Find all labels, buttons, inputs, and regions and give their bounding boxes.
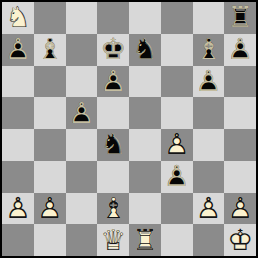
square-d6[interactable]: ♟♙ bbox=[97, 66, 129, 98]
square-d1[interactable]: ♛♕ bbox=[97, 224, 129, 256]
square-b7[interactable]: ♝♗ bbox=[34, 34, 66, 66]
square-h5[interactable] bbox=[224, 97, 256, 129]
piece-white-pawn-f4[interactable]: ♟♙ bbox=[161, 129, 193, 161]
square-g6[interactable]: ♟♙ bbox=[193, 66, 225, 98]
square-d3[interactable] bbox=[97, 161, 129, 193]
square-h2[interactable]: ♟♙ bbox=[224, 193, 256, 225]
white-pawn-outline-icon: ♙ bbox=[2, 193, 34, 225]
square-a1[interactable] bbox=[2, 224, 34, 256]
piece-black-king-d7[interactable]: ♚♔ bbox=[97, 34, 129, 66]
square-e4[interactable] bbox=[129, 129, 161, 161]
square-a5[interactable] bbox=[2, 97, 34, 129]
square-a8[interactable]: ♞♘ bbox=[2, 2, 34, 34]
black-pawn-outline-icon: ♙ bbox=[193, 66, 225, 98]
piece-white-rook-e1[interactable]: ♜♖ bbox=[129, 224, 161, 256]
piece-black-knight-e7[interactable]: ♞♘ bbox=[129, 34, 161, 66]
white-pawn-outline-icon: ♙ bbox=[34, 193, 66, 225]
piece-black-bishop-b7[interactable]: ♝♗ bbox=[34, 34, 66, 66]
square-g2[interactable]: ♟♙ bbox=[193, 193, 225, 225]
square-f1[interactable] bbox=[161, 224, 193, 256]
square-b6[interactable] bbox=[34, 66, 66, 98]
square-b8[interactable] bbox=[34, 2, 66, 34]
square-f2[interactable] bbox=[161, 193, 193, 225]
black-bishop-outline-icon: ♗ bbox=[193, 34, 225, 66]
square-d7[interactable]: ♚♔ bbox=[97, 34, 129, 66]
piece-black-pawn-f3[interactable]: ♟♙ bbox=[161, 161, 193, 193]
square-e6[interactable] bbox=[129, 66, 161, 98]
black-pawn-outline-icon: ♙ bbox=[161, 161, 193, 193]
square-b4[interactable] bbox=[34, 129, 66, 161]
square-g3[interactable] bbox=[193, 161, 225, 193]
piece-black-knight-d4[interactable]: ♞♘ bbox=[97, 129, 129, 161]
square-a7[interactable]: ♟♙ bbox=[2, 34, 34, 66]
square-c3[interactable] bbox=[66, 161, 98, 193]
square-e3[interactable] bbox=[129, 161, 161, 193]
piece-white-pawn-h2[interactable]: ♟♙ bbox=[224, 193, 256, 225]
black-bishop-outline-icon: ♗ bbox=[34, 34, 66, 66]
square-c5[interactable]: ♟♙ bbox=[66, 97, 98, 129]
square-e8[interactable] bbox=[129, 2, 161, 34]
square-a6[interactable] bbox=[2, 66, 34, 98]
white-rook-outline-icon: ♖ bbox=[129, 224, 161, 256]
square-b3[interactable] bbox=[34, 161, 66, 193]
square-f3[interactable]: ♟♙ bbox=[161, 161, 193, 193]
square-f4[interactable]: ♟♙ bbox=[161, 129, 193, 161]
black-pawn-outline-icon: ♙ bbox=[97, 66, 129, 98]
black-king-outline-icon: ♔ bbox=[97, 34, 129, 66]
square-f7[interactable] bbox=[161, 34, 193, 66]
piece-black-pawn-a7[interactable]: ♟♙ bbox=[2, 34, 34, 66]
square-d8[interactable] bbox=[97, 2, 129, 34]
square-a4[interactable] bbox=[2, 129, 34, 161]
piece-black-bishop-g7[interactable]: ♝♗ bbox=[193, 34, 225, 66]
square-h6[interactable] bbox=[224, 66, 256, 98]
square-b2[interactable]: ♟♙ bbox=[34, 193, 66, 225]
square-a2[interactable]: ♟♙ bbox=[2, 193, 34, 225]
piece-black-pawn-d6[interactable]: ♟♙ bbox=[97, 66, 129, 98]
square-f8[interactable] bbox=[161, 2, 193, 34]
square-f6[interactable] bbox=[161, 66, 193, 98]
square-g1[interactable] bbox=[193, 224, 225, 256]
black-pawn-outline-icon: ♙ bbox=[66, 97, 98, 129]
piece-white-pawn-a2[interactable]: ♟♙ bbox=[2, 193, 34, 225]
square-e1[interactable]: ♜♖ bbox=[129, 224, 161, 256]
square-f5[interactable] bbox=[161, 97, 193, 129]
piece-white-king-h1[interactable]: ♚♔ bbox=[224, 224, 256, 256]
square-a3[interactable] bbox=[2, 161, 34, 193]
square-c4[interactable] bbox=[66, 129, 98, 161]
piece-white-pawn-g2[interactable]: ♟♙ bbox=[193, 193, 225, 225]
chess-board: ♞♘♜♖♟♙♝♗♚♔♞♘♝♗♟♙♟♙♟♙♟♙♞♘♟♙♟♙♟♙♟♙♝♗♟♙♟♙♛♕… bbox=[0, 0, 258, 258]
square-c1[interactable] bbox=[66, 224, 98, 256]
black-knight-outline-icon: ♘ bbox=[129, 34, 161, 66]
white-pawn-outline-icon: ♙ bbox=[193, 193, 225, 225]
piece-white-queen-d1[interactable]: ♛♕ bbox=[97, 224, 129, 256]
square-g4[interactable] bbox=[193, 129, 225, 161]
black-pawn-outline-icon: ♙ bbox=[2, 34, 34, 66]
square-g8[interactable] bbox=[193, 2, 225, 34]
square-e7[interactable]: ♞♘ bbox=[129, 34, 161, 66]
square-e2[interactable] bbox=[129, 193, 161, 225]
square-h3[interactable] bbox=[224, 161, 256, 193]
square-e5[interactable] bbox=[129, 97, 161, 129]
black-knight-outline-icon: ♘ bbox=[97, 129, 129, 161]
square-c2[interactable] bbox=[66, 193, 98, 225]
square-h7[interactable]: ♟♙ bbox=[224, 34, 256, 66]
piece-white-knight-a8[interactable]: ♞♘ bbox=[2, 2, 34, 34]
white-pawn-outline-icon: ♙ bbox=[161, 129, 193, 161]
piece-black-pawn-g6[interactable]: ♟♙ bbox=[193, 66, 225, 98]
square-h8[interactable]: ♜♖ bbox=[224, 2, 256, 34]
square-g5[interactable] bbox=[193, 97, 225, 129]
square-c6[interactable] bbox=[66, 66, 98, 98]
white-queen-outline-icon: ♕ bbox=[97, 224, 129, 256]
square-d5[interactable] bbox=[97, 97, 129, 129]
piece-white-bishop-d2[interactable]: ♝♗ bbox=[97, 193, 129, 225]
square-c7[interactable] bbox=[66, 34, 98, 66]
white-knight-outline-icon: ♘ bbox=[2, 2, 34, 34]
square-c8[interactable] bbox=[66, 2, 98, 34]
square-h1[interactable]: ♚♔ bbox=[224, 224, 256, 256]
white-bishop-outline-icon: ♗ bbox=[97, 193, 129, 225]
piece-black-pawn-h7[interactable]: ♟♙ bbox=[224, 34, 256, 66]
white-pawn-outline-icon: ♙ bbox=[224, 193, 256, 225]
black-rook-outline-icon: ♖ bbox=[224, 2, 256, 34]
white-king-outline-icon: ♔ bbox=[224, 224, 256, 256]
black-pawn-outline-icon: ♙ bbox=[224, 34, 256, 66]
square-d4[interactable]: ♞♘ bbox=[97, 129, 129, 161]
piece-white-pawn-b2[interactable]: ♟♙ bbox=[34, 193, 66, 225]
square-b1[interactable] bbox=[34, 224, 66, 256]
square-h4[interactable] bbox=[224, 129, 256, 161]
square-b5[interactable] bbox=[34, 97, 66, 129]
piece-black-pawn-c5[interactable]: ♟♙ bbox=[66, 97, 98, 129]
square-g7[interactable]: ♝♗ bbox=[193, 34, 225, 66]
piece-black-rook-h8[interactable]: ♜♖ bbox=[224, 2, 256, 34]
square-d2[interactable]: ♝♗ bbox=[97, 193, 129, 225]
